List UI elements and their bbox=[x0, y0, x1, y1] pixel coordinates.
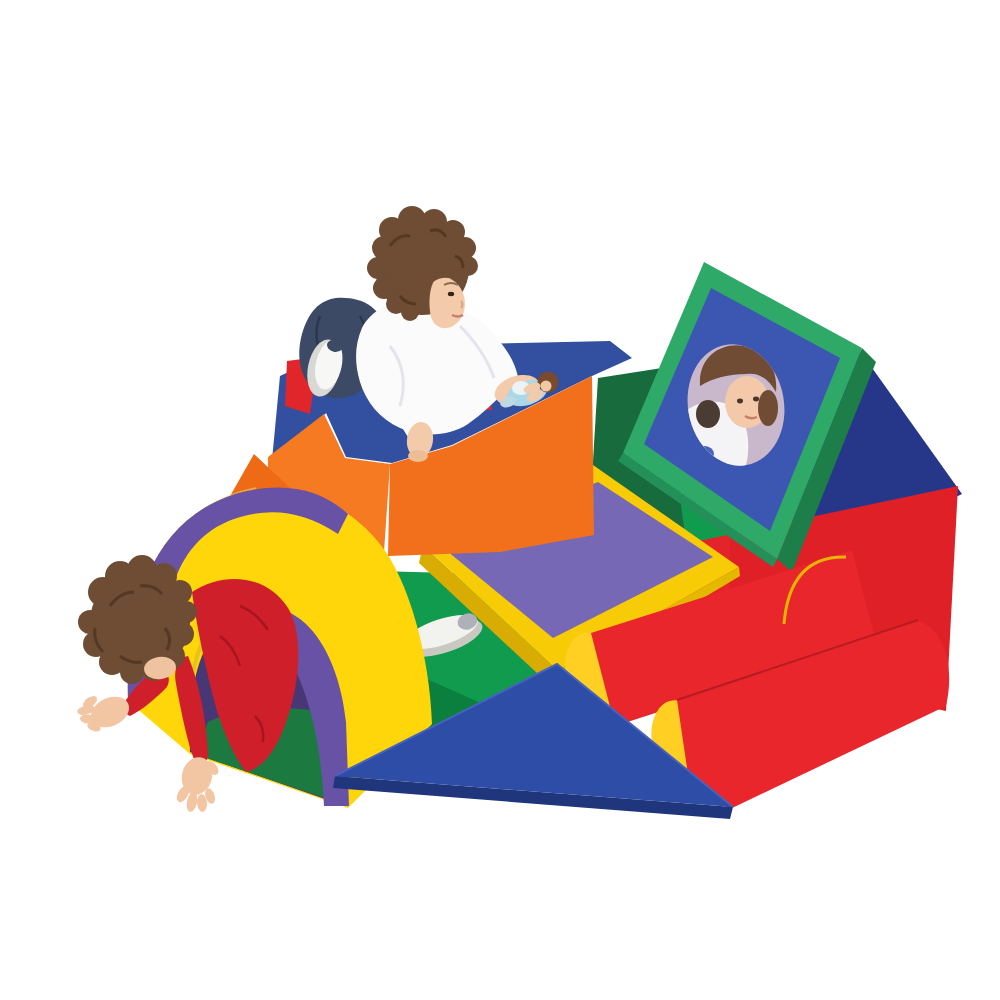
reflection-eye-left bbox=[737, 399, 743, 404]
reflection-eye-right bbox=[753, 397, 759, 402]
play-set-illustration bbox=[40, 16, 1000, 1000]
reflection-hair-side bbox=[758, 390, 778, 426]
reflection-toy bbox=[696, 400, 720, 428]
doll-face bbox=[541, 381, 552, 392]
child1-eye bbox=[448, 292, 454, 296]
child1-hand-left-fingers bbox=[408, 450, 428, 462]
product-photo bbox=[40, 16, 1000, 1000]
